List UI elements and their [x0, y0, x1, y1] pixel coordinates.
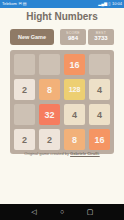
score-box: SCORE 984	[60, 29, 86, 45]
best-value: 3733	[94, 35, 107, 42]
tile-8: 8	[64, 129, 85, 150]
best-box: BEST 3733	[88, 29, 114, 45]
back-icon[interactable]: ◁	[29, 204, 39, 220]
tile-2: 2	[14, 129, 35, 150]
recents-icon[interactable]: ▢	[85, 204, 95, 220]
carrier-label: Telekom	[2, 0, 17, 8]
status-bar: Telekom ✉ ▤ ▂▄▆ ▯ 10:04	[0, 0, 124, 8]
attribution-caption: Original game created by Gabriele Cirull…	[0, 151, 124, 156]
tile-2: 2	[14, 79, 35, 100]
controls-row: New Game SCORE 984 BEST 3733	[10, 28, 114, 45]
tile-16: 16	[64, 54, 85, 75]
tile-4: 4	[89, 79, 110, 100]
android-nav-bar: ◁ ○ ▢	[0, 204, 124, 220]
status-left-icons: ✉ ▤	[18, 0, 26, 8]
tile-16: 16	[89, 129, 110, 150]
tile-8: 8	[39, 79, 60, 100]
status-right-icons: ▂▄▆ ▯	[98, 0, 110, 8]
tile-4: 4	[64, 104, 85, 125]
new-game-button[interactable]: New Game	[10, 29, 54, 45]
board[interactable]: 16281284324422816	[10, 50, 114, 154]
home-icon[interactable]: ○	[57, 204, 67, 220]
score-boxes: SCORE 984 BEST 3733	[60, 29, 114, 45]
empty-cell	[89, 54, 110, 75]
score-value: 984	[68, 35, 78, 42]
status-clock: 10:04	[112, 0, 122, 8]
empty-cell	[14, 54, 35, 75]
empty-cell	[39, 54, 60, 75]
tile-32: 32	[39, 104, 60, 125]
attribution-text: Original game created by	[24, 151, 70, 156]
tile-4: 4	[89, 104, 110, 125]
author-link[interactable]: Gabriele Cirulli.	[70, 151, 100, 156]
tile-2: 2	[39, 129, 60, 150]
empty-cell	[14, 104, 35, 125]
page-title: Hight Numbers	[0, 11, 124, 22]
phone-screen: Telekom ✉ ▤ ▂▄▆ ▯ 10:04 Hight Numbers Ne…	[0, 0, 124, 220]
tile-128: 128	[64, 79, 85, 100]
